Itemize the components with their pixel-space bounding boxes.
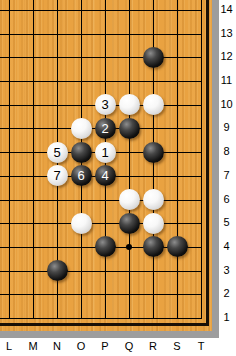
grid-line-horizontal-2 xyxy=(0,294,202,295)
grid-line-horizontal-12 xyxy=(0,57,202,58)
board-edge-right xyxy=(206,0,209,326)
grid-line-horizontal-7 xyxy=(0,176,202,177)
row-coordinate-panel xyxy=(219,0,236,356)
grid-line-horizontal-10 xyxy=(0,105,202,106)
grid-line-horizontal-1 xyxy=(0,318,202,319)
grid-line-horizontal-3 xyxy=(0,271,202,272)
board-right-strip xyxy=(212,0,219,338)
grid-line-horizontal-9 xyxy=(0,128,202,129)
grid-line-horizontal-11 xyxy=(0,81,202,82)
grid-line-horizontal-5 xyxy=(0,223,202,224)
grid-line-horizontal-13 xyxy=(0,34,202,35)
go-board[interactable] xyxy=(0,0,212,331)
star-point-Q4 xyxy=(126,244,132,250)
go-diagram: 3251764LMNOPQRST1413121110987654321 xyxy=(0,0,236,356)
grid-line-horizontal-8 xyxy=(0,152,202,153)
board-bottom-strip xyxy=(0,331,219,338)
grid-line-horizontal-14 xyxy=(0,10,202,11)
column-coordinate-panel xyxy=(0,338,236,356)
grid-line-horizontal-6 xyxy=(0,200,202,201)
grid-line-horizontal-4 xyxy=(0,247,202,248)
board-edge-bottom xyxy=(0,323,209,326)
